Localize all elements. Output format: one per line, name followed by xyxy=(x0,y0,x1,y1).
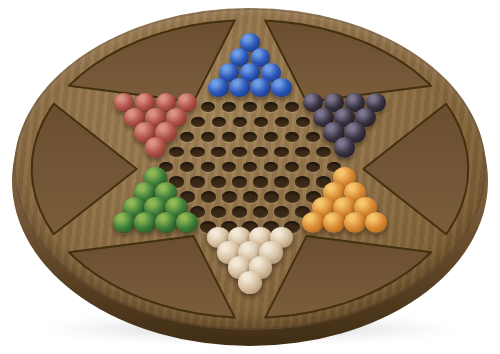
chinese-checkers-board-photo xyxy=(0,0,500,354)
hole-r8-c7[interactable] xyxy=(306,162,321,173)
hole-r7-c4[interactable] xyxy=(232,147,246,158)
hole-r10-c5[interactable] xyxy=(243,191,258,202)
hole-r8-c5[interactable] xyxy=(264,162,279,173)
marble-red-r7-c0[interactable] xyxy=(145,137,166,157)
hole-r10-c4[interactable] xyxy=(222,191,237,202)
marble-green-r12-c3[interactable] xyxy=(176,212,199,234)
board-grid xyxy=(0,0,500,354)
hole-r6-c7[interactable] xyxy=(285,132,299,143)
marble-blue-r3-c3[interactable] xyxy=(271,78,291,97)
hole-r9-c4[interactable] xyxy=(232,176,247,187)
hole-r8-c1[interactable] xyxy=(180,162,195,173)
hole-r7-c6[interactable] xyxy=(274,147,288,158)
hole-r7-c3[interactable] xyxy=(211,147,225,158)
hole-r4-c6[interactable] xyxy=(243,102,257,112)
marble-green-r12-c0[interactable] xyxy=(113,212,136,234)
hole-r7-c2[interactable] xyxy=(190,147,204,158)
marble-orange-r12-c10[interactable] xyxy=(323,212,346,234)
hole-r8-c3[interactable] xyxy=(222,162,237,173)
hole-r5-c3[interactable] xyxy=(191,117,205,128)
hole-r5-c7[interactable] xyxy=(275,117,289,128)
hole-r10-c6[interactable] xyxy=(264,191,279,202)
hole-r11-c6[interactable] xyxy=(253,206,268,217)
marble-blue-r3-c2[interactable] xyxy=(250,78,270,97)
marble-orange-r12-c12[interactable] xyxy=(365,212,388,234)
marble-black-r7-c9[interactable] xyxy=(334,137,355,157)
hole-r7-c7[interactable] xyxy=(295,147,309,158)
hole-r4-c5[interactable] xyxy=(222,102,236,112)
marble-blue-r3-c0[interactable] xyxy=(208,78,228,97)
hole-r7-c5[interactable] xyxy=(253,147,267,158)
hole-r4-c7[interactable] xyxy=(264,102,278,112)
hole-r6-c2[interactable] xyxy=(180,132,194,143)
hole-r6-c3[interactable] xyxy=(201,132,215,143)
hole-r4-c4[interactable] xyxy=(201,102,215,112)
hole-r11-c4[interactable] xyxy=(211,206,226,217)
hole-r7-c8[interactable] xyxy=(316,147,330,158)
hole-r9-c6[interactable] xyxy=(274,176,289,187)
marble-green-r12-c2[interactable] xyxy=(155,212,178,234)
hole-r8-c2[interactable] xyxy=(201,162,216,173)
hole-r8-c6[interactable] xyxy=(285,162,300,173)
hole-r11-c5[interactable] xyxy=(232,206,247,217)
hole-r6-c8[interactable] xyxy=(306,132,320,143)
hole-r6-c6[interactable] xyxy=(264,132,278,143)
marble-natural-r16-c0[interactable] xyxy=(238,271,262,294)
hole-r5-c6[interactable] xyxy=(254,117,268,128)
hole-r6-c4[interactable] xyxy=(222,132,236,143)
hole-r10-c7[interactable] xyxy=(285,191,300,202)
hole-r10-c3[interactable] xyxy=(201,191,216,202)
hole-r5-c8[interactable] xyxy=(296,117,310,128)
hole-r9-c2[interactable] xyxy=(190,176,205,187)
hole-r11-c7[interactable] xyxy=(274,206,289,217)
hole-r7-c1[interactable] xyxy=(169,147,183,158)
hole-r8-c4[interactable] xyxy=(243,162,258,173)
marble-green-r12-c1[interactable] xyxy=(134,212,157,234)
hole-r9-c5[interactable] xyxy=(253,176,268,187)
hole-r4-c8[interactable] xyxy=(285,102,299,112)
hole-r5-c5[interactable] xyxy=(233,117,247,128)
hole-r9-c3[interactable] xyxy=(211,176,226,187)
marble-blue-r3-c1[interactable] xyxy=(229,78,249,97)
hole-r5-c4[interactable] xyxy=(212,117,226,128)
hole-r9-c7[interactable] xyxy=(295,176,310,187)
marble-orange-r12-c11[interactable] xyxy=(344,212,367,234)
marble-orange-r12-c9[interactable] xyxy=(302,212,325,234)
hole-r6-c5[interactable] xyxy=(243,132,257,143)
